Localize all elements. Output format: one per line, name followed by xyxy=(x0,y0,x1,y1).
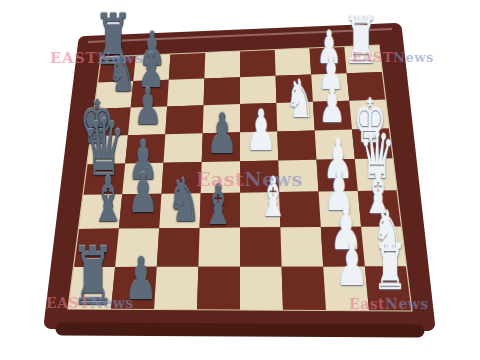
black-pawn-f7[interactable]: ♟ xyxy=(134,82,162,132)
white-knight-f3[interactable]: ♞ xyxy=(286,73,315,125)
white-rook-a1[interactable]: ♜ xyxy=(373,237,407,299)
square-h5[interactable] xyxy=(204,51,240,79)
white-pawn-e4[interactable]: ♟ xyxy=(245,103,276,159)
watermark-east-news: EastNews xyxy=(349,296,429,312)
square-e3[interactable] xyxy=(277,130,316,160)
chess-photo-stage: ♟♟♜♜♟♟♞♞♟♟♚♚♟♟♛♟♛♟♟♟♝♝♞♝♝♟♞♟♜♟♜ EASTNews… xyxy=(0,0,480,360)
watermark-east: East xyxy=(196,168,244,190)
watermark-east-news: EastNews xyxy=(196,168,303,190)
square-b3[interactable] xyxy=(280,227,323,267)
watermark-east: East xyxy=(349,296,385,312)
watermark-news: News xyxy=(393,50,434,65)
black-pawn-c7[interactable]: ♟ xyxy=(128,166,159,221)
square-e6[interactable] xyxy=(164,133,203,163)
square-a5[interactable] xyxy=(197,267,240,310)
black-pawn-e5[interactable]: ♟ xyxy=(206,106,237,162)
watermark-news: News xyxy=(244,168,303,190)
watermark-news: News xyxy=(385,296,429,312)
square-h6[interactable] xyxy=(169,53,206,80)
square-a4[interactable] xyxy=(240,267,283,311)
watermark-east-news: EASTNews xyxy=(46,295,134,311)
watermark-east: EAST xyxy=(352,50,393,65)
square-g6[interactable] xyxy=(167,79,204,107)
white-pawn-f2[interactable]: ♟ xyxy=(319,81,346,129)
black-bishop-c8[interactable]: ♝ xyxy=(91,169,125,231)
watermark-east: EAST xyxy=(46,295,90,311)
square-h4[interactable] xyxy=(240,50,276,78)
watermark-east: EAST xyxy=(50,49,97,67)
watermark-news: News xyxy=(97,49,144,67)
square-a6[interactable] xyxy=(154,267,198,310)
board-rim-side xyxy=(62,329,418,331)
watermark-news: News xyxy=(90,295,134,311)
watermark-east-news: EASTNews xyxy=(352,50,434,65)
square-a3[interactable] xyxy=(282,267,326,311)
white-pawn-a2[interactable]: ♟ xyxy=(336,235,369,294)
square-f6[interactable] xyxy=(165,105,203,134)
square-b4[interactable] xyxy=(240,227,282,266)
watermark-east-news: EASTNews xyxy=(50,49,144,67)
